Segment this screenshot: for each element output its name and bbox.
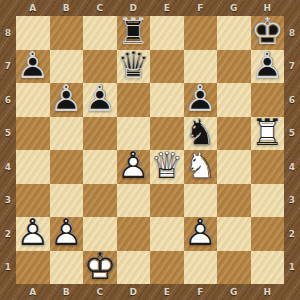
piece-black-pawn[interactable]: ♟♙ bbox=[83, 83, 117, 117]
square-c5[interactable] bbox=[83, 117, 117, 151]
square-a2[interactable]: ♟♙ bbox=[16, 217, 50, 251]
square-b4[interactable] bbox=[50, 150, 84, 184]
square-c6[interactable]: ♟♙ bbox=[83, 83, 117, 117]
square-e1[interactable] bbox=[150, 251, 184, 285]
file-label-c: C bbox=[83, 0, 117, 16]
piece-white-king[interactable]: ♚♔ bbox=[83, 251, 117, 285]
square-c1[interactable]: ♚♔ bbox=[83, 251, 117, 285]
square-g8[interactable] bbox=[217, 16, 251, 50]
rank-labels-left: 87654321 bbox=[0, 16, 16, 284]
piece-black-pawn[interactable]: ♟♙ bbox=[251, 50, 285, 84]
square-g4[interactable] bbox=[217, 150, 251, 184]
rank-label-1: 1 bbox=[0, 251, 16, 285]
square-g7[interactable] bbox=[217, 50, 251, 84]
file-label-g: G bbox=[217, 284, 251, 300]
white-queen-outline: ♕ bbox=[150, 149, 184, 183]
file-label-a: A bbox=[16, 284, 50, 300]
square-g2[interactable] bbox=[217, 217, 251, 251]
square-e4[interactable]: ♛♕ bbox=[150, 150, 184, 184]
square-g6[interactable] bbox=[217, 83, 251, 117]
rank-label-3: 3 bbox=[0, 184, 16, 218]
square-f1[interactable] bbox=[184, 251, 218, 285]
piece-white-rook[interactable]: ♜♖ bbox=[251, 117, 285, 151]
rank-label-7: 7 bbox=[0, 50, 16, 84]
square-h2[interactable] bbox=[251, 217, 285, 251]
piece-white-pawn[interactable]: ♟♙ bbox=[50, 217, 84, 251]
square-c8[interactable] bbox=[83, 16, 117, 50]
white-pawn-outline: ♙ bbox=[184, 216, 218, 250]
file-label-f: F bbox=[184, 0, 218, 16]
rank-labels-right: 87654321 bbox=[284, 16, 300, 284]
file-labels-bottom: ABCDEFGH bbox=[16, 284, 284, 300]
square-h7[interactable]: ♟♙ bbox=[251, 50, 285, 84]
piece-black-pawn[interactable]: ♟♙ bbox=[16, 50, 50, 84]
white-pawn-outline: ♙ bbox=[16, 216, 50, 250]
white-king-outline: ♔ bbox=[83, 250, 117, 284]
white-knight-outline: ♘ bbox=[184, 149, 218, 183]
white-pawn-outline: ♙ bbox=[50, 216, 84, 250]
piece-white-queen[interactable]: ♛♕ bbox=[150, 150, 184, 184]
square-a5[interactable] bbox=[16, 117, 50, 151]
file-label-e: E bbox=[150, 284, 184, 300]
square-e6[interactable] bbox=[150, 83, 184, 117]
chess-board: ♜♖♚♔♟♙♛♕♟♙♟♙♟♙♟♙♞♘♜♖♟♙♛♕♞♘♟♙♟♙♟♙♚♔ bbox=[16, 16, 284, 284]
rank-label-5: 5 bbox=[0, 117, 16, 151]
square-g5[interactable] bbox=[217, 117, 251, 151]
square-b8[interactable] bbox=[50, 16, 84, 50]
black-pawn-outline: ♙ bbox=[83, 82, 117, 116]
square-h1[interactable] bbox=[251, 251, 285, 285]
black-queen-outline: ♕ bbox=[117, 49, 151, 83]
file-label-g: G bbox=[217, 0, 251, 16]
piece-white-knight[interactable]: ♞♘ bbox=[184, 150, 218, 184]
square-f2[interactable]: ♟♙ bbox=[184, 217, 218, 251]
square-g3[interactable] bbox=[217, 184, 251, 218]
piece-white-pawn[interactable]: ♟♙ bbox=[184, 217, 218, 251]
rank-label-6: 6 bbox=[284, 83, 300, 117]
piece-black-pawn[interactable]: ♟♙ bbox=[50, 83, 84, 117]
white-pawn-outline: ♙ bbox=[117, 149, 151, 183]
file-label-b: B bbox=[50, 0, 84, 16]
square-b1[interactable] bbox=[50, 251, 84, 285]
square-h5[interactable]: ♜♖ bbox=[251, 117, 285, 151]
black-pawn-outline: ♙ bbox=[50, 82, 84, 116]
square-b2[interactable]: ♟♙ bbox=[50, 217, 84, 251]
square-e2[interactable] bbox=[150, 217, 184, 251]
square-a6[interactable] bbox=[16, 83, 50, 117]
rank-label-8: 8 bbox=[284, 16, 300, 50]
white-rook-outline: ♖ bbox=[251, 116, 285, 150]
chess-board-frame: ABCDEFGH ABCDEFGH 87654321 87654321 ♜♖♚♔… bbox=[0, 0, 300, 300]
rank-label-6: 6 bbox=[0, 83, 16, 117]
rank-label-2: 2 bbox=[0, 217, 16, 251]
square-d2[interactable] bbox=[117, 217, 151, 251]
black-pawn-outline: ♙ bbox=[251, 49, 285, 83]
rank-label-3: 3 bbox=[284, 184, 300, 218]
rank-label-2: 2 bbox=[284, 217, 300, 251]
piece-black-queen[interactable]: ♛♕ bbox=[117, 50, 151, 84]
square-h3[interactable] bbox=[251, 184, 285, 218]
rank-label-7: 7 bbox=[284, 50, 300, 84]
file-label-h: H bbox=[251, 284, 285, 300]
square-b6[interactable]: ♟♙ bbox=[50, 83, 84, 117]
square-g1[interactable] bbox=[217, 251, 251, 285]
square-e3[interactable] bbox=[150, 184, 184, 218]
rank-label-8: 8 bbox=[0, 16, 16, 50]
square-f4[interactable]: ♞♘ bbox=[184, 150, 218, 184]
file-label-d: D bbox=[117, 284, 151, 300]
file-labels-top: ABCDEFGH bbox=[16, 0, 284, 16]
square-c3[interactable] bbox=[83, 184, 117, 218]
file-label-f: F bbox=[184, 284, 218, 300]
square-a1[interactable] bbox=[16, 251, 50, 285]
piece-white-pawn[interactable]: ♟♙ bbox=[117, 150, 151, 184]
rank-label-4: 4 bbox=[284, 150, 300, 184]
rank-label-1: 1 bbox=[284, 251, 300, 285]
square-d1[interactable] bbox=[117, 251, 151, 285]
file-label-e: E bbox=[150, 0, 184, 16]
rank-label-4: 4 bbox=[0, 150, 16, 184]
square-a4[interactable] bbox=[16, 150, 50, 184]
file-label-a: A bbox=[16, 0, 50, 16]
square-c4[interactable] bbox=[83, 150, 117, 184]
square-h4[interactable] bbox=[251, 150, 285, 184]
file-label-b: B bbox=[50, 284, 84, 300]
piece-white-pawn[interactable]: ♟♙ bbox=[16, 217, 50, 251]
square-d3[interactable] bbox=[117, 184, 151, 218]
square-b5[interactable] bbox=[50, 117, 84, 151]
rank-label-5: 5 bbox=[284, 117, 300, 151]
square-d4[interactable]: ♟♙ bbox=[117, 150, 151, 184]
square-a7[interactable]: ♟♙ bbox=[16, 50, 50, 84]
square-e7[interactable] bbox=[150, 50, 184, 84]
square-d6[interactable] bbox=[117, 83, 151, 117]
black-pawn-outline: ♙ bbox=[16, 49, 50, 83]
square-d7[interactable]: ♛♕ bbox=[117, 50, 151, 84]
square-f8[interactable] bbox=[184, 16, 218, 50]
square-e8[interactable] bbox=[150, 16, 184, 50]
